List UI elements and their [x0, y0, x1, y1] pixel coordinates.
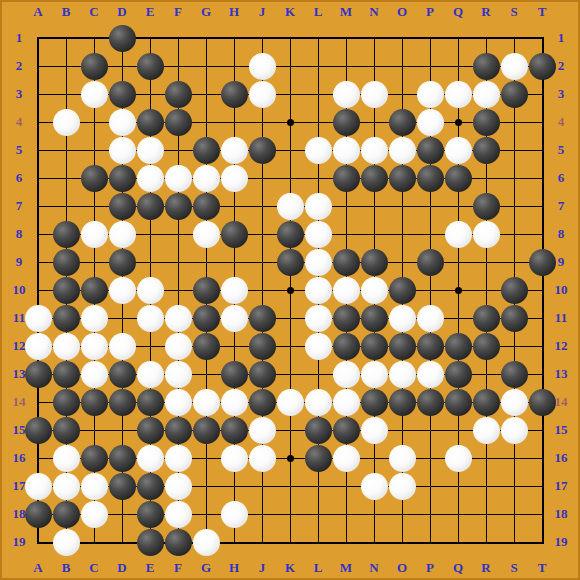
stone-white-R8[interactable]	[473, 221, 500, 248]
row-label-left-10: 10	[6, 282, 32, 298]
stone-white-L8[interactable]	[305, 221, 332, 248]
stone-black-C2[interactable]	[81, 53, 108, 80]
row-label-right-17: 17	[548, 478, 574, 494]
stone-black-S10[interactable]	[501, 277, 528, 304]
column-label-top-D: D	[108, 4, 136, 20]
stone-white-M13[interactable]	[333, 361, 360, 388]
stone-black-E4[interactable]	[137, 109, 164, 136]
stone-white-L5[interactable]	[305, 137, 332, 164]
stone-white-H11[interactable]	[221, 305, 248, 332]
stone-black-F3[interactable]	[165, 81, 192, 108]
stone-white-J15[interactable]	[249, 417, 276, 444]
stone-white-B16[interactable]	[53, 445, 80, 472]
stone-black-R11[interactable]	[473, 305, 500, 332]
stone-white-H5[interactable]	[221, 137, 248, 164]
stone-white-C13[interactable]	[81, 361, 108, 388]
stone-black-K8[interactable]	[277, 221, 304, 248]
row-label-right-4: 4	[548, 114, 574, 130]
row-label-left-6: 6	[6, 170, 32, 186]
row-label-right-19: 19	[548, 534, 574, 550]
stone-white-E6[interactable]	[137, 165, 164, 192]
row-label-right-16: 16	[548, 450, 574, 466]
stone-black-H3[interactable]	[221, 81, 248, 108]
stone-white-F18[interactable]	[165, 501, 192, 528]
stone-white-Q8[interactable]	[445, 221, 472, 248]
stone-black-P12[interactable]	[417, 333, 444, 360]
column-label-top-Q: Q	[444, 4, 472, 20]
stone-black-D1[interactable]	[109, 25, 136, 52]
column-label-top-F: F	[164, 4, 192, 20]
stone-white-Q16[interactable]	[445, 445, 472, 472]
stone-white-O16[interactable]	[389, 445, 416, 472]
column-label-bottom-M: M	[332, 560, 360, 576]
stone-black-P5[interactable]	[417, 137, 444, 164]
stone-white-L9[interactable]	[305, 249, 332, 276]
stone-white-R3[interactable]	[473, 81, 500, 108]
stone-black-F15[interactable]	[165, 417, 192, 444]
stone-black-B15[interactable]	[53, 417, 80, 444]
stone-white-L11[interactable]	[305, 305, 332, 332]
stone-black-S3[interactable]	[501, 81, 528, 108]
stone-white-G14[interactable]	[193, 389, 220, 416]
star-point-Q10	[455, 287, 462, 294]
stone-white-M16[interactable]	[333, 445, 360, 472]
stone-black-M9[interactable]	[333, 249, 360, 276]
stone-black-F19[interactable]	[165, 529, 192, 556]
stone-black-N12[interactable]	[361, 333, 388, 360]
stone-white-B19[interactable]	[53, 529, 80, 556]
column-label-bottom-R: R	[472, 560, 500, 576]
column-label-bottom-S: S	[500, 560, 528, 576]
column-label-bottom-B: B	[52, 560, 80, 576]
stone-white-D10[interactable]	[109, 277, 136, 304]
stone-black-T2[interactable]	[529, 53, 556, 80]
stone-white-H16[interactable]	[221, 445, 248, 472]
stone-white-G19[interactable]	[193, 529, 220, 556]
stone-white-L14[interactable]	[305, 389, 332, 416]
stone-black-G10[interactable]	[193, 277, 220, 304]
stone-black-R14[interactable]	[473, 389, 500, 416]
stone-black-B8[interactable]	[53, 221, 80, 248]
column-label-bottom-C: C	[80, 560, 108, 576]
stone-white-C3[interactable]	[81, 81, 108, 108]
stone-black-D7[interactable]	[109, 193, 136, 220]
stone-white-E13[interactable]	[137, 361, 164, 388]
row-label-left-7: 7	[6, 198, 32, 214]
stone-black-E19[interactable]	[137, 529, 164, 556]
row-label-right-6: 6	[548, 170, 574, 186]
column-label-top-T: T	[528, 4, 556, 20]
row-label-right-5: 5	[548, 142, 574, 158]
stone-white-F14[interactable]	[165, 389, 192, 416]
column-label-bottom-T: T	[528, 560, 556, 576]
stone-white-J3[interactable]	[249, 81, 276, 108]
stone-white-Q3[interactable]	[445, 81, 472, 108]
stone-black-O4[interactable]	[389, 109, 416, 136]
stone-white-P11[interactable]	[417, 305, 444, 332]
stone-black-H13[interactable]	[221, 361, 248, 388]
row-label-left-3: 3	[6, 86, 32, 102]
stone-white-D8[interactable]	[109, 221, 136, 248]
column-label-top-B: B	[52, 4, 80, 20]
stone-white-O13[interactable]	[389, 361, 416, 388]
stone-black-H15[interactable]	[221, 417, 248, 444]
stone-white-A11[interactable]	[25, 305, 52, 332]
stone-black-C10[interactable]	[81, 277, 108, 304]
stone-black-S11[interactable]	[501, 305, 528, 332]
stone-black-J5[interactable]	[249, 137, 276, 164]
stone-black-F7[interactable]	[165, 193, 192, 220]
stone-white-F6[interactable]	[165, 165, 192, 192]
stone-black-C16[interactable]	[81, 445, 108, 472]
stone-black-B10[interactable]	[53, 277, 80, 304]
row-label-left-8: 8	[6, 226, 32, 242]
stone-black-E18[interactable]	[137, 501, 164, 528]
stone-black-F4[interactable]	[165, 109, 192, 136]
stone-black-A18[interactable]	[25, 501, 52, 528]
stone-white-C8[interactable]	[81, 221, 108, 248]
stone-black-E14[interactable]	[137, 389, 164, 416]
stone-black-R5[interactable]	[473, 137, 500, 164]
stone-black-O6[interactable]	[389, 165, 416, 192]
column-label-bottom-J: J	[248, 560, 276, 576]
stone-white-D12[interactable]	[109, 333, 136, 360]
stone-white-S2[interactable]	[501, 53, 528, 80]
stone-white-D4[interactable]	[109, 109, 136, 136]
stone-white-J2[interactable]	[249, 53, 276, 80]
stone-white-G8[interactable]	[193, 221, 220, 248]
stone-white-K14[interactable]	[277, 389, 304, 416]
stone-white-H10[interactable]	[221, 277, 248, 304]
stone-black-J11[interactable]	[249, 305, 276, 332]
stone-black-O10[interactable]	[389, 277, 416, 304]
stone-black-D13[interactable]	[109, 361, 136, 388]
stone-white-N3[interactable]	[361, 81, 388, 108]
row-label-right-13: 13	[548, 366, 574, 382]
column-label-top-G: G	[192, 4, 220, 20]
stone-black-N11[interactable]	[361, 305, 388, 332]
stone-white-R15[interactable]	[473, 417, 500, 444]
row-label-left-1: 1	[6, 30, 32, 46]
stone-white-B12[interactable]	[53, 333, 80, 360]
column-label-bottom-N: N	[360, 560, 388, 576]
go-diagram: AABBCCDDEEFFGGHHJJKKLLMMNNOOPPQQRRSSTT11…	[0, 0, 580, 580]
stone-white-P4[interactable]	[417, 109, 444, 136]
row-label-right-7: 7	[548, 198, 574, 214]
stone-black-T9[interactable]	[529, 249, 556, 276]
stone-black-N14[interactable]	[361, 389, 388, 416]
row-label-right-11: 11	[548, 310, 574, 326]
stone-white-L10[interactable]	[305, 277, 332, 304]
stone-white-H14[interactable]	[221, 389, 248, 416]
stone-black-M12[interactable]	[333, 333, 360, 360]
stone-black-O14[interactable]	[389, 389, 416, 416]
column-label-top-S: S	[500, 4, 528, 20]
stone-white-E10[interactable]	[137, 277, 164, 304]
stone-white-S15[interactable]	[501, 417, 528, 444]
stone-black-M15[interactable]	[333, 417, 360, 444]
stone-black-H8[interactable]	[221, 221, 248, 248]
stone-white-C12[interactable]	[81, 333, 108, 360]
row-label-right-3: 3	[548, 86, 574, 102]
stone-white-P3[interactable]	[417, 81, 444, 108]
stone-white-E16[interactable]	[137, 445, 164, 472]
stone-black-J14[interactable]	[249, 389, 276, 416]
column-label-bottom-L: L	[304, 560, 332, 576]
column-label-bottom-F: F	[164, 560, 192, 576]
stone-white-B4[interactable]	[53, 109, 80, 136]
stone-white-K7[interactable]	[277, 193, 304, 220]
stone-black-J13[interactable]	[249, 361, 276, 388]
stone-white-E5[interactable]	[137, 137, 164, 164]
stone-white-C11[interactable]	[81, 305, 108, 332]
row-label-left-9: 9	[6, 254, 32, 270]
stone-white-C18[interactable]	[81, 501, 108, 528]
stone-black-D6[interactable]	[109, 165, 136, 192]
column-label-top-K: K	[276, 4, 304, 20]
stone-white-F17[interactable]	[165, 473, 192, 500]
row-label-right-18: 18	[548, 506, 574, 522]
stone-black-B13[interactable]	[53, 361, 80, 388]
stone-white-F11[interactable]	[165, 305, 192, 332]
stone-white-A12[interactable]	[25, 333, 52, 360]
stone-white-A17[interactable]	[25, 473, 52, 500]
row-label-right-8: 8	[548, 226, 574, 242]
stone-white-L7[interactable]	[305, 193, 332, 220]
stone-black-D14[interactable]	[109, 389, 136, 416]
stone-black-Q13[interactable]	[445, 361, 472, 388]
column-label-bottom-Q: Q	[444, 560, 472, 576]
row-label-left-19: 19	[6, 534, 32, 550]
stone-white-N15[interactable]	[361, 417, 388, 444]
stone-black-S13[interactable]	[501, 361, 528, 388]
row-label-right-15: 15	[548, 422, 574, 438]
stone-black-B14[interactable]	[53, 389, 80, 416]
stone-white-H18[interactable]	[221, 501, 248, 528]
stone-white-O17[interactable]	[389, 473, 416, 500]
row-label-left-2: 2	[6, 58, 32, 74]
column-label-bottom-H: H	[220, 560, 248, 576]
row-label-left-14: 14	[6, 394, 32, 410]
stone-black-D16[interactable]	[109, 445, 136, 472]
star-point-K16	[287, 455, 294, 462]
column-label-top-C: C	[80, 4, 108, 20]
stone-black-J12[interactable]	[249, 333, 276, 360]
row-label-right-10: 10	[548, 282, 574, 298]
stone-white-M14[interactable]	[333, 389, 360, 416]
column-label-top-P: P	[416, 4, 444, 20]
row-label-right-1: 1	[548, 30, 574, 46]
star-point-K10	[287, 287, 294, 294]
column-label-bottom-O: O	[388, 560, 416, 576]
column-label-top-N: N	[360, 4, 388, 20]
stone-black-N6[interactable]	[361, 165, 388, 192]
stone-white-M5[interactable]	[333, 137, 360, 164]
stone-black-E7[interactable]	[137, 193, 164, 220]
stone-white-L12[interactable]	[305, 333, 332, 360]
stone-black-R4[interactable]	[473, 109, 500, 136]
stone-white-C17[interactable]	[81, 473, 108, 500]
column-label-bottom-G: G	[192, 560, 220, 576]
column-label-top-H: H	[220, 4, 248, 20]
stone-black-E17[interactable]	[137, 473, 164, 500]
stone-white-O11[interactable]	[389, 305, 416, 332]
stone-black-P6[interactable]	[417, 165, 444, 192]
stone-black-G12[interactable]	[193, 333, 220, 360]
stone-black-C6[interactable]	[81, 165, 108, 192]
stone-black-R7[interactable]	[473, 193, 500, 220]
stone-black-Q6[interactable]	[445, 165, 472, 192]
stone-black-G7[interactable]	[193, 193, 220, 220]
column-label-bottom-E: E	[136, 560, 164, 576]
stone-white-N10[interactable]	[361, 277, 388, 304]
star-point-K4	[287, 119, 294, 126]
column-label-bottom-A: A	[24, 560, 52, 576]
stone-black-C14[interactable]	[81, 389, 108, 416]
stone-black-A13[interactable]	[25, 361, 52, 388]
stone-black-B9[interactable]	[53, 249, 80, 276]
column-label-bottom-P: P	[416, 560, 444, 576]
star-point-Q4	[455, 119, 462, 126]
stone-black-G15[interactable]	[193, 417, 220, 444]
stone-white-D5[interactable]	[109, 137, 136, 164]
stone-black-D3[interactable]	[109, 81, 136, 108]
column-label-bottom-D: D	[108, 560, 136, 576]
row-label-right-12: 12	[548, 338, 574, 354]
stone-white-B17[interactable]	[53, 473, 80, 500]
column-label-top-L: L	[304, 4, 332, 20]
stone-white-N5[interactable]	[361, 137, 388, 164]
column-label-bottom-K: K	[276, 560, 304, 576]
stone-white-P13[interactable]	[417, 361, 444, 388]
stone-black-L16[interactable]	[305, 445, 332, 472]
stone-black-K9[interactable]	[277, 249, 304, 276]
stone-black-L15[interactable]	[305, 417, 332, 444]
stone-black-Q14[interactable]	[445, 389, 472, 416]
column-label-top-O: O	[388, 4, 416, 20]
column-label-top-A: A	[24, 4, 52, 20]
stone-black-R12[interactable]	[473, 333, 500, 360]
stone-white-M10[interactable]	[333, 277, 360, 304]
stone-black-D17[interactable]	[109, 473, 136, 500]
stone-white-F16[interactable]	[165, 445, 192, 472]
column-label-top-J: J	[248, 4, 276, 20]
stone-black-B18[interactable]	[53, 501, 80, 528]
stone-black-M11[interactable]	[333, 305, 360, 332]
stone-black-M4[interactable]	[333, 109, 360, 136]
stone-white-N13[interactable]	[361, 361, 388, 388]
row-label-left-5: 5	[6, 142, 32, 158]
stone-black-P14[interactable]	[417, 389, 444, 416]
stone-black-T14[interactable]	[529, 389, 556, 416]
stone-black-Q12[interactable]	[445, 333, 472, 360]
stone-white-F12[interactable]	[165, 333, 192, 360]
stone-black-E2[interactable]	[137, 53, 164, 80]
stone-black-A15[interactable]	[25, 417, 52, 444]
stone-black-R2[interactable]	[473, 53, 500, 80]
stone-black-O12[interactable]	[389, 333, 416, 360]
stone-white-G6[interactable]	[193, 165, 220, 192]
stone-white-Q5[interactable]	[445, 137, 472, 164]
stone-black-G5[interactable]	[193, 137, 220, 164]
row-label-left-16: 16	[6, 450, 32, 466]
stone-black-E15[interactable]	[137, 417, 164, 444]
row-label-left-4: 4	[6, 114, 32, 130]
stone-white-M3[interactable]	[333, 81, 360, 108]
stone-white-S14[interactable]	[501, 389, 528, 416]
stone-white-N17[interactable]	[361, 473, 388, 500]
stone-black-P9[interactable]	[417, 249, 444, 276]
stone-black-N9[interactable]	[361, 249, 388, 276]
stone-black-D9[interactable]	[109, 249, 136, 276]
stone-black-G11[interactable]	[193, 305, 220, 332]
stone-white-E11[interactable]	[137, 305, 164, 332]
column-label-top-E: E	[136, 4, 164, 20]
column-label-top-M: M	[332, 4, 360, 20]
stone-white-J16[interactable]	[249, 445, 276, 472]
stone-white-F13[interactable]	[165, 361, 192, 388]
stone-white-O5[interactable]	[389, 137, 416, 164]
stone-black-M6[interactable]	[333, 165, 360, 192]
stone-black-B11[interactable]	[53, 305, 80, 332]
column-label-top-R: R	[472, 4, 500, 20]
stone-white-H6[interactable]	[221, 165, 248, 192]
